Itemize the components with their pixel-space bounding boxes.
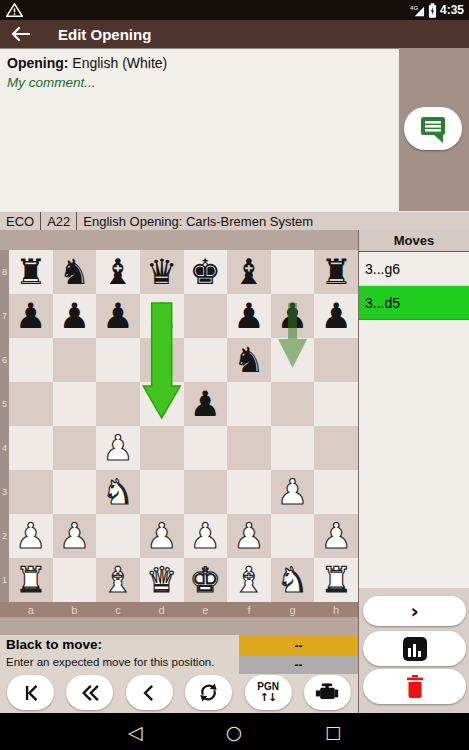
warning-icon [6,2,23,18]
rank-coordinates: 87654321 [0,250,9,602]
status-bar: 4G 4:35 [0,0,469,20]
square-f2[interactable]: ♟ [227,514,271,558]
square-h7[interactable]: ♟ [314,294,358,338]
bar-chart-icon [403,637,427,661]
square-c1[interactable]: ♝ [96,558,140,602]
file-label-g: g [271,602,315,617]
square-d1[interactable]: ♛ [140,558,184,602]
goto-start-button[interactable] [7,675,54,710]
rank-label-8: 8 [0,250,9,294]
square-c7[interactable]: ♟ [96,294,140,338]
engine-button[interactable] [304,675,351,710]
square-e1[interactable]: ♚ [184,558,228,602]
arrow-left-icon [11,26,30,42]
piece-black-f8[interactable]: ♝ [233,251,264,294]
piece-black-d7[interactable]: ♟ [146,295,177,338]
rank-label-5: 5 [0,382,9,426]
square-a7[interactable]: ♟ [9,294,53,338]
pgn-updown-icon: ↑↓ [260,692,276,703]
square-d2[interactable]: ♟ [140,514,184,558]
square-a8[interactable]: ♜ [9,250,53,294]
battery-charging-icon [428,3,437,18]
piece-white-d2[interactable]: ♟ [146,515,177,558]
square-b3[interactable] [53,470,97,514]
piece-black-b7[interactable]: ♟ [59,295,90,338]
back-icon [138,682,160,704]
square-d3[interactable] [140,470,184,514]
square-b2[interactable]: ♟ [53,514,97,558]
square-b6[interactable] [53,338,97,382]
square-f5[interactable] [227,382,271,426]
app-bar: Edit Opening [0,20,469,48]
square-e6[interactable] [184,338,228,382]
piece-black-c7[interactable]: ♟ [102,295,133,338]
square-b5[interactable] [53,382,97,426]
piece-white-f1[interactable]: ♝ [233,559,264,602]
square-f6[interactable]: ♞ [227,338,271,382]
piece-white-h1[interactable]: ♜ [320,559,351,602]
square-a6[interactable] [9,338,53,382]
piece-black-a7[interactable]: ♟ [15,295,46,338]
piece-black-e8[interactable]: ♚ [190,251,221,294]
piece-black-h8[interactable]: ♜ [320,251,351,294]
square-e3[interactable] [184,470,228,514]
file-label-a: a [9,602,53,617]
square-g3[interactable]: ♟ [271,470,315,514]
pgn-button[interactable]: PGN ↑↓ [245,675,292,710]
fast-back-icon [79,682,101,704]
square-e5[interactable]: ♟ [184,382,228,426]
android-nav-bar: ◁ ○ □ [0,713,469,750]
board-top-margin [0,230,358,250]
square-b8[interactable]: ♞ [53,250,97,294]
square-h3[interactable] [314,470,358,514]
rank-label-6: 6 [0,338,9,382]
clock: 4:35 [440,3,464,17]
square-f7[interactable]: ♟ [227,294,271,338]
piece-white-h2[interactable]: ♟ [320,515,351,558]
square-c8[interactable]: ♝ [96,250,140,294]
4g-signal-icon: 4G [410,3,425,18]
file-label-h: h [314,602,358,617]
eco-opening-name: English Opening: Carls-Bremen System [77,214,319,229]
square-f8[interactable]: ♝ [227,250,271,294]
square-d7[interactable]: ♟ [140,294,184,338]
piece-white-b2[interactable]: ♟ [59,515,90,558]
piece-white-c1[interactable]: ♝ [102,559,133,602]
square-h4[interactable] [314,426,358,470]
square-g7[interactable]: ♟ [271,294,315,338]
square-h2[interactable]: ♟ [314,514,358,558]
file-coordinates: abcdefgh [0,602,358,617]
rank-label-4: 4 [0,426,9,470]
file-label-f: f [227,602,271,617]
comment-bubble-icon [419,114,447,144]
square-c5[interactable] [96,382,140,426]
file-label-b: b [53,602,97,617]
engine-icon [315,681,339,705]
stat-bottom-value: -- [239,656,358,674]
side-to-move-label: Black to move: [6,637,102,652]
square-h5[interactable] [314,382,358,426]
piece-white-e2[interactable]: ♟ [190,515,221,558]
file-label-c: c [96,602,140,617]
android-recents-button[interactable]: □ [318,713,348,750]
square-b1[interactable] [53,558,97,602]
piece-white-a1[interactable]: ♜ [15,559,46,602]
file-label-e: e [184,602,228,617]
eco-code: A22 [41,212,77,230]
square-a5[interactable] [9,382,53,426]
piece-black-e5[interactable]: ♟ [190,383,221,426]
piece-black-f6[interactable]: ♞ [233,339,264,382]
square-h1[interactable]: ♜ [314,558,358,602]
eco-label: ECO [0,212,41,230]
move-item-d5-selected[interactable]: 3...d5 [359,286,469,320]
back-button[interactable] [0,20,40,48]
navigation-controls: PGN ↑↓ [0,675,358,713]
eco-bar: ECO A22 English Opening: Carls-Bremen Sy… [0,211,469,230]
chevron-right-icon: › [410,601,418,621]
rank-label-3: 3 [0,470,9,514]
statistics-button[interactable] [363,631,466,666]
file-label-d: d [140,602,184,617]
square-e2[interactable]: ♟ [184,514,228,558]
refresh-icon [197,681,220,704]
svg-text:4G: 4G [410,3,418,10]
square-c4[interactable]: ♟ [96,426,140,470]
opening-comment[interactable]: My comment... [7,73,399,92]
piece-white-c4[interactable]: ♟ [102,427,133,470]
moves-header: Moves [359,230,469,252]
square-d4[interactable] [140,426,184,470]
delete-button[interactable] [363,669,466,704]
square-c2[interactable] [96,514,140,558]
square-h6[interactable] [314,338,358,382]
edit-opening-screen: 4G 4:35 Edit Opening Opening: English (W… [0,0,469,750]
moves-panel: Moves 3...g6 3...d5 › [358,230,469,713]
square-g2[interactable] [271,514,315,558]
piece-black-d8[interactable]: ♛ [146,251,177,294]
page-title: Edit Opening [58,26,151,43]
rank-label-1: 1 [0,558,9,602]
piece-white-d1[interactable]: ♛ [146,559,177,602]
opening-name: English (White) [72,55,167,71]
rank-label-7: 7 [0,294,9,338]
piece-black-b8[interactable]: ♞ [59,251,90,294]
square-g8[interactable] [271,250,315,294]
square-g5[interactable] [271,382,315,426]
square-g4[interactable] [271,426,315,470]
prompt-instruction: Enter an expected move for this position… [6,656,214,668]
square-b7[interactable]: ♟ [53,294,97,338]
board-bottom-margin [0,617,358,635]
stat-top-value: -- [239,635,358,656]
android-back-button[interactable]: ◁ [120,713,150,750]
square-c3[interactable]: ♞ [96,470,140,514]
square-d8[interactable]: ♛ [140,250,184,294]
square-a2[interactable]: ♟ [9,514,53,558]
square-a1[interactable]: ♜ [9,558,53,602]
square-e8[interactable]: ♚ [184,250,228,294]
square-e7[interactable] [184,294,228,338]
edit-comment-button[interactable] [404,107,462,150]
square-d5[interactable] [140,382,184,426]
piece-white-f2[interactable]: ♟ [233,515,264,558]
goto-start-icon [20,682,42,704]
move-item-g6[interactable]: 3...g6 [359,252,469,286]
opening-info-area[interactable]: Opening: English (White) My comment... [0,48,399,211]
info-side-panel [399,48,469,211]
android-home-button[interactable]: ○ [219,713,249,750]
piece-white-e1[interactable]: ♚ [190,559,221,602]
square-f1[interactable]: ♝ [227,558,271,602]
piece-black-h7[interactable]: ♟ [320,295,351,338]
flip-refresh-button[interactable] [185,675,232,710]
piece-white-g1[interactable]: ♞ [277,559,308,602]
board-squares: ♜♞♝♛♚♝♜♟♟♟♟♟♟♟♞♟♟♞♟♟♟♟♟♟♟♜♝♛♚♝♞♜ [9,250,358,602]
square-c6[interactable] [96,338,140,382]
fast-back-button[interactable] [66,675,113,710]
square-h8[interactable]: ♜ [314,250,358,294]
piece-black-g7[interactable]: ♟ [277,295,308,338]
piece-white-c3[interactable]: ♞ [102,471,133,514]
opening-label: Opening: [7,55,68,71]
piece-black-a8[interactable]: ♜ [15,251,46,294]
square-b4[interactable] [53,426,97,470]
square-f3[interactable] [227,470,271,514]
rank-label-2: 2 [0,514,9,558]
move-prompt: Black to move: Enter an expected move fo… [0,635,358,675]
forward-button[interactable]: › [363,596,466,626]
piece-black-f7[interactable]: ♟ [233,295,264,338]
square-a3[interactable] [9,470,53,514]
piece-black-c8[interactable]: ♝ [102,251,133,294]
back-button-board[interactable] [126,675,173,710]
square-g6[interactable] [271,338,315,382]
piece-white-a2[interactable]: ♟ [15,515,46,558]
square-d6[interactable] [140,338,184,382]
moves-list-empty [359,320,469,588]
square-e4[interactable] [184,426,228,470]
square-a4[interactable] [9,426,53,470]
square-g1[interactable]: ♞ [271,558,315,602]
trash-icon [404,675,426,699]
piece-white-g3[interactable]: ♟ [277,471,308,514]
square-f4[interactable] [227,426,271,470]
